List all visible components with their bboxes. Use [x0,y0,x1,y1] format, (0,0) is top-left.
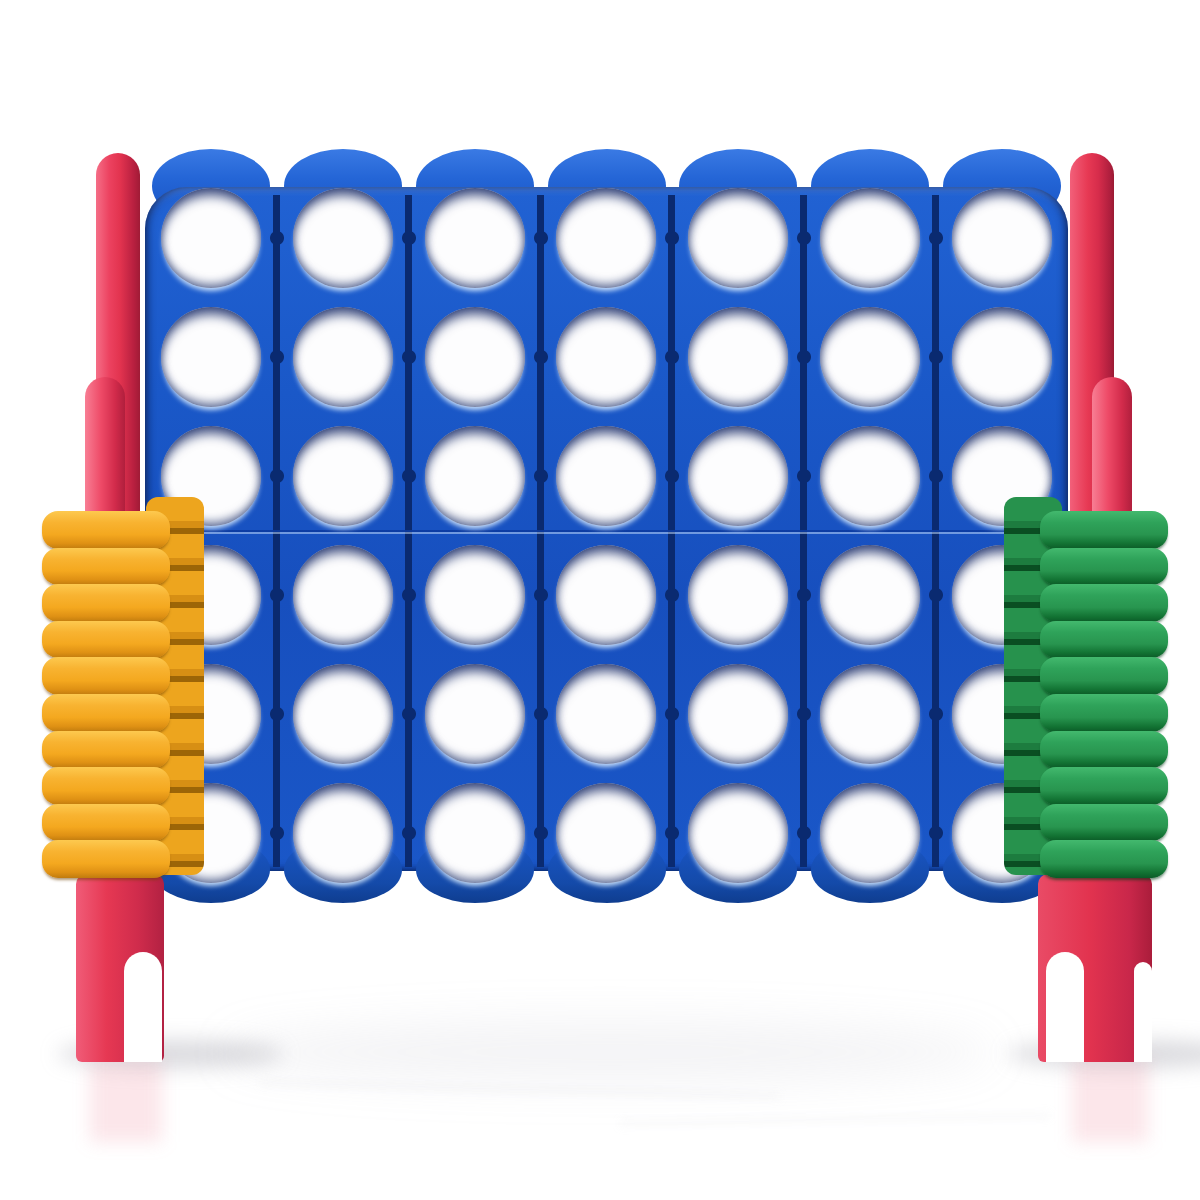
empty-hole [820,426,920,526]
cell-r2c2 [277,297,409,416]
game-board [145,149,1068,905]
green-disc [1040,804,1168,842]
cell-r2c5 [672,297,804,416]
floor-streak [260,1081,780,1098]
product-photo-stage [0,0,1200,1200]
empty-hole [820,188,920,288]
cell-r4c3 [409,535,541,654]
cell-r6c5 [672,773,804,892]
cell-r1c3 [409,178,541,297]
floor-reflection-left [90,1058,162,1142]
empty-hole [952,188,1052,288]
left-foot-arch [124,952,162,1062]
cell-r3c5 [672,416,804,535]
empty-hole [820,664,920,764]
floor-shadow-center [225,1022,995,1082]
cell-r2c3 [409,297,541,416]
empty-hole [556,188,656,288]
green-disc [1040,657,1168,695]
empty-hole [293,188,393,288]
cell-r2c6 [804,297,936,416]
empty-hole [820,307,920,407]
cell-r5c5 [672,654,804,773]
cell-r1c6 [804,178,936,297]
empty-hole [293,426,393,526]
empty-hole [688,545,788,645]
empty-hole [425,783,525,883]
yellow-disc [42,694,170,732]
left-disc-stack [42,512,170,878]
empty-hole [425,188,525,288]
green-disc [1040,840,1168,878]
floor-reflection-right [1072,1058,1148,1142]
left-foot [76,874,164,1062]
cell-r6c6 [804,773,936,892]
cell-r2c1 [145,297,277,416]
cell-r4c5 [672,535,804,654]
empty-hole [556,783,656,883]
right-foot-notch [1134,962,1152,1062]
green-disc [1040,621,1168,659]
empty-hole [688,426,788,526]
cell-r2c4 [541,297,673,416]
empty-hole [820,783,920,883]
cell-r6c2 [277,773,409,892]
cell-r4c2 [277,535,409,654]
green-disc [1040,584,1168,622]
cell-r3c3 [409,416,541,535]
cell-r1c5 [672,178,804,297]
yellow-disc [42,804,170,842]
right-foot [1038,874,1152,1062]
green-disc [1040,767,1168,805]
empty-hole [425,307,525,407]
empty-hole [161,188,261,288]
yellow-disc [42,584,170,622]
empty-hole [556,426,656,526]
green-disc [1040,548,1168,586]
cell-r3c2 [277,416,409,535]
cell-r2c7 [936,297,1068,416]
yellow-disc [42,731,170,769]
cell-r6c3 [409,773,541,892]
right-disc-stack [1040,512,1168,878]
cell-r3c4 [541,416,673,535]
empty-hole [425,426,525,526]
cell-r1c2 [277,178,409,297]
cell-r1c7 [936,178,1068,297]
green-disc [1040,511,1168,549]
empty-hole [425,664,525,764]
empty-hole [293,783,393,883]
empty-hole [688,783,788,883]
yellow-disc [42,767,170,805]
empty-hole [688,664,788,764]
empty-hole [952,307,1052,407]
cell-r4c6 [804,535,936,654]
empty-hole [293,545,393,645]
empty-hole [820,545,920,645]
cell-r5c3 [409,654,541,773]
yellow-disc [42,840,170,878]
yellow-disc [42,548,170,586]
empty-hole [293,664,393,764]
cell-r1c1 [145,178,277,297]
cell-r5c6 [804,654,936,773]
cell-r5c2 [277,654,409,773]
yellow-disc [42,621,170,659]
empty-hole [556,307,656,407]
empty-hole [688,307,788,407]
empty-hole [556,664,656,764]
cell-r4c4 [541,535,673,654]
cell-r6c4 [541,773,673,892]
empty-hole [688,188,788,288]
green-disc [1040,694,1168,732]
empty-hole [293,307,393,407]
cell-r3c6 [804,416,936,535]
yellow-disc [42,511,170,549]
empty-hole [161,307,261,407]
empty-hole [425,545,525,645]
floor-streak [620,1114,1050,1125]
green-disc [1040,731,1168,769]
board-grid [145,178,1068,892]
yellow-disc [42,657,170,695]
cell-r5c4 [541,654,673,773]
cell-r1c4 [541,178,673,297]
empty-hole [556,545,656,645]
right-foot-arch [1046,952,1084,1062]
